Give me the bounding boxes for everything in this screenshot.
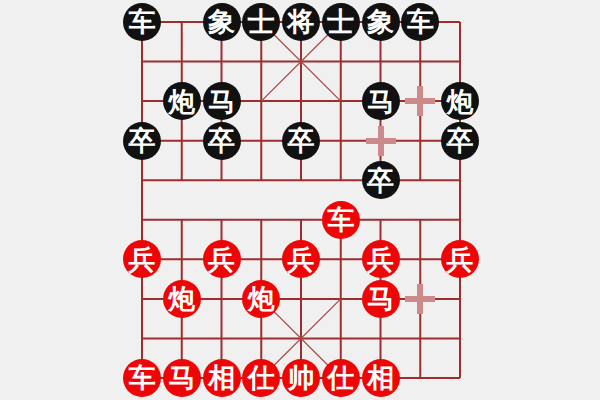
black-general-piece[interactable]: 将 <box>282 3 320 41</box>
marker-corner <box>381 141 396 156</box>
last-move-marker <box>366 126 396 156</box>
marker-corner <box>405 284 420 299</box>
marker-corner <box>405 101 420 116</box>
red-elephant-piece[interactable]: 相 <box>362 359 400 397</box>
marker-corner <box>405 299 420 314</box>
marker-corner <box>420 284 435 299</box>
red-advisor-piece[interactable]: 仕 <box>242 359 280 397</box>
black-soldier-piece[interactable]: 卒 <box>282 122 320 160</box>
marker-corner <box>381 126 396 141</box>
last-move-marker <box>405 284 435 314</box>
xiangqi-app-screen: 车象士将士象车炮马马炮卒卒卒卒卒车兵兵兵兵兵炮炮马车马相仕帅仕相 <box>0 0 600 400</box>
black-cannon-piece[interactable]: 炮 <box>441 82 479 120</box>
black-soldier-piece[interactable]: 卒 <box>123 122 161 160</box>
marker-corner <box>405 86 420 101</box>
black-chariot-piece[interactable]: 车 <box>123 3 161 41</box>
red-chariot-piece[interactable]: 车 <box>123 359 161 397</box>
red-cannon-piece[interactable]: 炮 <box>163 280 201 318</box>
black-chariot-piece[interactable]: 车 <box>401 3 439 41</box>
marker-corner <box>420 299 435 314</box>
red-soldier-piece[interactable]: 兵 <box>441 240 479 278</box>
black-elephant-piece[interactable]: 象 <box>362 3 400 41</box>
red-horse-piece[interactable]: 马 <box>163 359 201 397</box>
red-soldier-piece[interactable]: 兵 <box>123 240 161 278</box>
black-advisor-piece[interactable]: 士 <box>242 3 280 41</box>
red-horse-piece[interactable]: 马 <box>362 280 400 318</box>
red-elephant-piece[interactable]: 相 <box>203 359 241 397</box>
red-advisor-piece[interactable]: 仕 <box>322 359 360 397</box>
black-cannon-piece[interactable]: 炮 <box>163 82 201 120</box>
red-soldier-piece[interactable]: 兵 <box>282 240 320 278</box>
marker-corner <box>420 86 435 101</box>
red-general-piece[interactable]: 帅 <box>282 359 320 397</box>
black-horse-piece[interactable]: 马 <box>362 82 400 120</box>
marker-corner <box>366 141 381 156</box>
marker-corner <box>420 101 435 116</box>
red-cannon-piece[interactable]: 炮 <box>242 280 280 318</box>
red-soldier-piece[interactable]: 兵 <box>362 240 400 278</box>
black-elephant-piece[interactable]: 象 <box>203 3 241 41</box>
red-chariot-piece[interactable]: 车 <box>322 201 360 239</box>
xiangqi-board[interactable]: 车象士将士象车炮马马炮卒卒卒卒卒车兵兵兵兵兵炮炮马车马相仕帅仕相 <box>122 2 480 397</box>
black-soldier-piece[interactable]: 卒 <box>362 161 400 199</box>
black-advisor-piece[interactable]: 士 <box>322 3 360 41</box>
black-soldier-piece[interactable]: 卒 <box>441 122 479 160</box>
marker-corner <box>366 126 381 141</box>
last-move-marker <box>405 86 435 116</box>
black-horse-piece[interactable]: 马 <box>203 82 241 120</box>
red-soldier-piece[interactable]: 兵 <box>203 240 241 278</box>
black-soldier-piece[interactable]: 卒 <box>203 122 241 160</box>
